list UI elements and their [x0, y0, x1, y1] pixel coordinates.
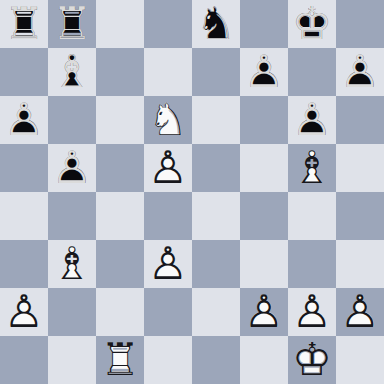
square-a7[interactable] — [0, 48, 48, 96]
white-rook-outline-icon: ♖ — [96, 336, 144, 384]
black-king-outline-icon: ♔ — [288, 0, 336, 48]
square-e6[interactable] — [192, 96, 240, 144]
square-h6[interactable] — [336, 96, 384, 144]
black-rook-b8[interactable]: ♜♖ — [48, 0, 96, 48]
square-a2[interactable]: ♟♙ — [0, 288, 48, 336]
black-rook-a8[interactable]: ♜♖ — [0, 0, 48, 48]
square-e3[interactable] — [192, 240, 240, 288]
square-f1[interactable] — [240, 336, 288, 384]
white-pawn-outline-icon: ♙ — [336, 288, 384, 336]
black-rook-outline-icon: ♖ — [48, 0, 96, 48]
black-knight-e8[interactable]: ♞♘ — [192, 0, 240, 48]
square-h4[interactable] — [336, 192, 384, 240]
square-f6[interactable] — [240, 96, 288, 144]
square-f8[interactable] — [240, 0, 288, 48]
square-b2[interactable] — [48, 288, 96, 336]
square-a4[interactable] — [0, 192, 48, 240]
square-a6[interactable]: ♟♙ — [0, 96, 48, 144]
white-pawn-outline-icon: ♙ — [288, 288, 336, 336]
square-h2[interactable]: ♟♙ — [336, 288, 384, 336]
square-c6[interactable] — [96, 96, 144, 144]
black-bishop-b7[interactable]: ♝♗ — [48, 48, 96, 96]
white-bishop-outline-icon: ♗ — [48, 240, 96, 288]
black-pawn-outline-icon: ♙ — [48, 144, 96, 192]
black-pawn-outline-icon: ♙ — [336, 48, 384, 96]
square-d2[interactable] — [144, 288, 192, 336]
square-d6[interactable]: ♞♘ — [144, 96, 192, 144]
white-pawn-f2[interactable]: ♟♙ — [240, 288, 288, 336]
square-g8[interactable]: ♚♔ — [288, 0, 336, 48]
white-pawn-d5[interactable]: ♟♙ — [144, 144, 192, 192]
square-e2[interactable] — [192, 288, 240, 336]
square-g2[interactable]: ♟♙ — [288, 288, 336, 336]
white-pawn-d3[interactable]: ♟♙ — [144, 240, 192, 288]
white-king-outline-icon: ♔ — [288, 336, 336, 384]
white-pawn-h2[interactable]: ♟♙ — [336, 288, 384, 336]
square-e8[interactable]: ♞♘ — [192, 0, 240, 48]
square-g5[interactable]: ♝♗ — [288, 144, 336, 192]
square-c4[interactable] — [96, 192, 144, 240]
square-f5[interactable] — [240, 144, 288, 192]
white-rook-c1[interactable]: ♜♖ — [96, 336, 144, 384]
square-a8[interactable]: ♜♖ — [0, 0, 48, 48]
square-d8[interactable] — [144, 0, 192, 48]
black-pawn-h7[interactable]: ♟♙ — [336, 48, 384, 96]
square-f7[interactable]: ♟♙ — [240, 48, 288, 96]
white-knight-d6[interactable]: ♞♘ — [144, 96, 192, 144]
square-h7[interactable]: ♟♙ — [336, 48, 384, 96]
square-d4[interactable] — [144, 192, 192, 240]
black-pawn-b5[interactable]: ♟♙ — [48, 144, 96, 192]
white-pawn-g2[interactable]: ♟♙ — [288, 288, 336, 336]
square-e5[interactable] — [192, 144, 240, 192]
square-b5[interactable]: ♟♙ — [48, 144, 96, 192]
black-rook-outline-icon: ♖ — [0, 0, 48, 48]
square-f2[interactable]: ♟♙ — [240, 288, 288, 336]
square-e1[interactable] — [192, 336, 240, 384]
square-g3[interactable] — [288, 240, 336, 288]
square-g1[interactable]: ♚♔ — [288, 336, 336, 384]
square-d3[interactable]: ♟♙ — [144, 240, 192, 288]
square-e7[interactable] — [192, 48, 240, 96]
black-king-g8[interactable]: ♚♔ — [288, 0, 336, 48]
white-king-g1[interactable]: ♚♔ — [288, 336, 336, 384]
chess-board: ♜♖♜♖♞♘♚♔♝♗♟♙♟♙♟♙♞♘♟♙♟♙♟♙♝♗♝♗♟♙♟♙♟♙♟♙♟♙♜♖… — [0, 0, 384, 384]
square-d1[interactable] — [144, 336, 192, 384]
black-pawn-g6[interactable]: ♟♙ — [288, 96, 336, 144]
white-pawn-a2[interactable]: ♟♙ — [0, 288, 48, 336]
square-b6[interactable] — [48, 96, 96, 144]
square-b3[interactable]: ♝♗ — [48, 240, 96, 288]
square-b8[interactable]: ♜♖ — [48, 0, 96, 48]
square-h8[interactable] — [336, 0, 384, 48]
square-d7[interactable] — [144, 48, 192, 96]
square-g4[interactable] — [288, 192, 336, 240]
square-c1[interactable]: ♜♖ — [96, 336, 144, 384]
square-c7[interactable] — [96, 48, 144, 96]
square-h1[interactable] — [336, 336, 384, 384]
black-bishop-outline-icon: ♗ — [48, 48, 96, 96]
white-pawn-outline-icon: ♙ — [240, 288, 288, 336]
black-pawn-f7[interactable]: ♟♙ — [240, 48, 288, 96]
black-knight-outline-icon: ♘ — [192, 0, 240, 48]
black-pawn-outline-icon: ♙ — [240, 48, 288, 96]
square-f4[interactable] — [240, 192, 288, 240]
black-pawn-outline-icon: ♙ — [0, 96, 48, 144]
square-g6[interactable]: ♟♙ — [288, 96, 336, 144]
square-e4[interactable] — [192, 192, 240, 240]
square-h5[interactable] — [336, 144, 384, 192]
square-g7[interactable] — [288, 48, 336, 96]
square-d5[interactable]: ♟♙ — [144, 144, 192, 192]
white-pawn-outline-icon: ♙ — [144, 144, 192, 192]
square-c5[interactable] — [96, 144, 144, 192]
square-a5[interactable] — [0, 144, 48, 192]
white-bishop-outline-icon: ♗ — [288, 144, 336, 192]
square-h3[interactable] — [336, 240, 384, 288]
black-pawn-a6[interactable]: ♟♙ — [0, 96, 48, 144]
square-c2[interactable] — [96, 288, 144, 336]
white-pawn-outline-icon: ♙ — [0, 288, 48, 336]
square-c3[interactable] — [96, 240, 144, 288]
white-bishop-g5[interactable]: ♝♗ — [288, 144, 336, 192]
square-b7[interactable]: ♝♗ — [48, 48, 96, 96]
square-c8[interactable] — [96, 0, 144, 48]
square-a3[interactable] — [0, 240, 48, 288]
square-a1[interactable] — [0, 336, 48, 384]
square-f3[interactable] — [240, 240, 288, 288]
square-b1[interactable] — [48, 336, 96, 384]
black-pawn-outline-icon: ♙ — [288, 96, 336, 144]
white-bishop-b3[interactable]: ♝♗ — [48, 240, 96, 288]
white-pawn-outline-icon: ♙ — [144, 240, 192, 288]
square-b4[interactable] — [48, 192, 96, 240]
white-knight-outline-icon: ♘ — [144, 96, 192, 144]
